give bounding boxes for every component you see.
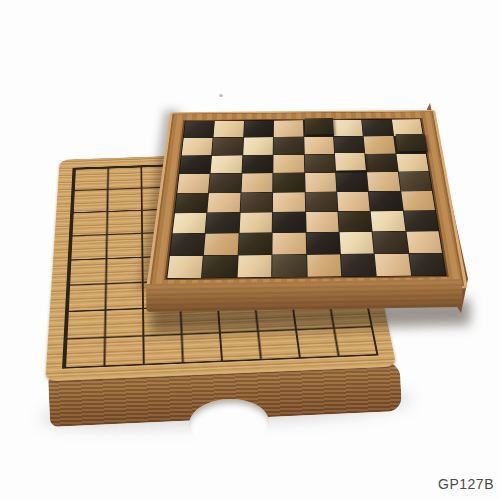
chess-square	[334, 137, 365, 154]
chess-square	[244, 121, 273, 138]
chess-square	[208, 193, 241, 213]
chess-square	[307, 254, 341, 276]
chess-square	[212, 138, 243, 155]
background-speck	[219, 94, 223, 97]
chess-square	[305, 192, 337, 212]
chess-square	[167, 256, 203, 279]
chess-square	[362, 120, 393, 137]
chess-square	[306, 232, 340, 253]
chess-square	[337, 192, 370, 212]
chess-square	[274, 120, 303, 137]
chess-tray-front-face	[146, 279, 462, 312]
chess-square	[398, 172, 431, 191]
chess-square	[204, 233, 238, 254]
chess-square	[273, 173, 304, 192]
product-photo: GP127B	[0, 0, 500, 500]
chess-square	[365, 154, 397, 172]
chess-square	[209, 174, 241, 193]
chess-square	[180, 156, 212, 174]
chess-square	[333, 120, 363, 137]
chess-square	[273, 233, 306, 254]
chess-square	[335, 153, 366, 171]
chess-square	[273, 192, 305, 212]
chess-tray-top	[146, 110, 468, 292]
chess-square	[367, 172, 400, 191]
chess-square	[364, 136, 395, 153]
chess-square	[373, 232, 408, 253]
chess-square	[375, 254, 411, 276]
chess-square	[182, 138, 213, 155]
chess-square	[240, 192, 272, 212]
chess-square	[409, 253, 446, 275]
chess-square	[401, 191, 435, 211]
chess-square	[395, 134, 427, 151]
chess-square	[274, 137, 304, 154]
chess-square	[339, 232, 373, 253]
chess-square	[336, 172, 368, 191]
chess-square	[396, 154, 429, 172]
chess-square	[242, 155, 273, 173]
chess-square	[239, 212, 272, 233]
chess-square	[214, 121, 244, 138]
chess-square	[273, 155, 303, 173]
chess-square	[304, 137, 334, 154]
chess-square	[273, 212, 305, 233]
chess-square	[304, 154, 335, 172]
chess-square	[211, 155, 242, 173]
chess-square	[170, 234, 205, 256]
chess-square	[238, 233, 271, 254]
chess-square	[241, 173, 272, 192]
chess-square	[403, 211, 438, 231]
chess-square	[369, 191, 402, 211]
chess-square	[272, 255, 306, 277]
chess-square	[341, 254, 376, 276]
chess-square	[304, 118, 333, 135]
chess-square	[243, 137, 273, 154]
chess-square	[206, 213, 239, 234]
chess-square	[202, 255, 237, 277]
chess-square	[406, 231, 442, 252]
chess-square	[371, 211, 405, 231]
chess-square	[175, 193, 208, 213]
chess-square	[173, 213, 207, 234]
chess-square	[177, 174, 210, 193]
chess-square	[338, 211, 372, 231]
chess-square	[305, 173, 336, 192]
chess-square	[237, 255, 271, 277]
chess-square	[184, 121, 215, 138]
product-code-label: GP127B	[438, 476, 494, 492]
chess-board-grid	[166, 119, 446, 279]
chess-square	[306, 212, 339, 233]
